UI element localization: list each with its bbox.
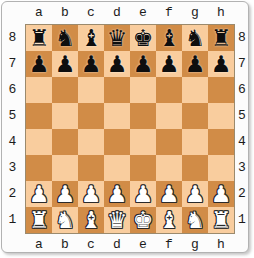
- piece-black-king: ♚: [133, 25, 154, 51]
- piece-white-knight: ♞: [185, 207, 206, 233]
- square-f3[interactable]: [156, 155, 182, 181]
- piece-white-knight: ♞: [55, 207, 76, 233]
- square-a3[interactable]: [26, 155, 52, 181]
- piece-black-pawn: ♟: [133, 51, 154, 77]
- piece-white-pawn: ♟: [185, 181, 206, 207]
- square-b3[interactable]: [52, 155, 78, 181]
- piece-black-bishop: ♝: [159, 25, 180, 51]
- square-f7[interactable]: ♟: [156, 51, 182, 77]
- square-c1[interactable]: ♝: [78, 207, 104, 233]
- rank-label-7: 7: [3, 51, 22, 77]
- square-h3[interactable]: [208, 155, 234, 181]
- file-label-d: d: [104, 236, 130, 254]
- file-label-e: e: [130, 4, 156, 22]
- square-b1[interactable]: ♞: [52, 207, 78, 233]
- square-e8[interactable]: ♚: [130, 25, 156, 51]
- rank-label-3: 3: [234, 155, 250, 181]
- piece-white-rook: ♜: [29, 207, 50, 233]
- piece-white-bishop: ♝: [159, 207, 180, 233]
- square-d1[interactable]: ♛: [104, 207, 130, 233]
- square-d5[interactable]: [104, 103, 130, 129]
- file-label-h: h: [208, 4, 234, 22]
- file-label-a: a: [26, 236, 52, 254]
- square-d6[interactable]: [104, 77, 130, 103]
- square-f4[interactable]: [156, 129, 182, 155]
- square-b8[interactable]: ♞: [52, 25, 78, 51]
- square-h8[interactable]: ♜: [208, 25, 234, 51]
- square-h5[interactable]: [208, 103, 234, 129]
- square-g7[interactable]: ♟: [182, 51, 208, 77]
- file-label-f: f: [156, 4, 182, 22]
- rank-label-3: 3: [3, 155, 22, 181]
- square-g5[interactable]: [182, 103, 208, 129]
- piece-white-pawn: ♟: [159, 181, 180, 207]
- square-h2[interactable]: ♟: [208, 181, 234, 207]
- piece-black-pawn: ♟: [81, 51, 102, 77]
- file-labels-bottom: abcdefgh: [26, 236, 234, 254]
- square-d7[interactable]: ♟: [104, 51, 130, 77]
- file-label-g: g: [182, 4, 208, 22]
- square-d8[interactable]: ♛: [104, 25, 130, 51]
- piece-white-bishop: ♝: [81, 207, 102, 233]
- piece-white-king: ♚: [133, 207, 154, 233]
- rank-label-8: 8: [234, 25, 250, 51]
- rank-labels-right: 87654321: [234, 25, 250, 233]
- square-h1[interactable]: ♜: [208, 207, 234, 233]
- square-e7[interactable]: ♟: [130, 51, 156, 77]
- piece-black-knight: ♞: [185, 25, 206, 51]
- square-d4[interactable]: [104, 129, 130, 155]
- piece-black-bishop: ♝: [81, 25, 102, 51]
- rank-label-2: 2: [234, 181, 250, 207]
- square-f6[interactable]: [156, 77, 182, 103]
- square-c5[interactable]: [78, 103, 104, 129]
- file-label-h: h: [208, 236, 234, 254]
- file-labels-top: abcdefgh: [26, 4, 234, 22]
- square-h6[interactable]: [208, 77, 234, 103]
- rank-label-1: 1: [234, 207, 250, 233]
- piece-white-queen: ♛: [107, 207, 128, 233]
- piece-black-pawn: ♟: [159, 51, 180, 77]
- square-f2[interactable]: ♟: [156, 181, 182, 207]
- piece-black-rook: ♜: [29, 25, 50, 51]
- piece-black-pawn: ♟: [185, 51, 206, 77]
- piece-black-queen: ♛: [107, 25, 128, 51]
- square-c8[interactable]: ♝: [78, 25, 104, 51]
- piece-black-pawn: ♟: [55, 51, 76, 77]
- square-f1[interactable]: ♝: [156, 207, 182, 233]
- square-g8[interactable]: ♞: [182, 25, 208, 51]
- square-a7[interactable]: ♟: [26, 51, 52, 77]
- file-label-a: a: [26, 4, 52, 22]
- rank-label-7: 7: [234, 51, 250, 77]
- file-label-d: d: [104, 4, 130, 22]
- piece-black-pawn: ♟: [107, 51, 128, 77]
- piece-white-pawn: ♟: [107, 181, 128, 207]
- board: ♜♞♝♛♚♝♞♜♟♟♟♟♟♟♟♟♟♟♟♟♟♟♟♟♜♞♝♛♚♝♞♜: [25, 24, 235, 234]
- square-b5[interactable]: [52, 103, 78, 129]
- file-label-e: e: [130, 236, 156, 254]
- file-label-f: f: [156, 236, 182, 254]
- square-d2[interactable]: ♟: [104, 181, 130, 207]
- piece-white-rook: ♜: [211, 207, 232, 233]
- square-g4[interactable]: [182, 129, 208, 155]
- file-label-b: b: [52, 236, 78, 254]
- square-c7[interactable]: ♟: [78, 51, 104, 77]
- rank-label-8: 8: [3, 25, 22, 51]
- square-e1[interactable]: ♚: [130, 207, 156, 233]
- file-label-c: c: [78, 4, 104, 22]
- file-label-c: c: [78, 236, 104, 254]
- square-d3[interactable]: [104, 155, 130, 181]
- file-label-g: g: [182, 236, 208, 254]
- square-f8[interactable]: ♝: [156, 25, 182, 51]
- square-a2[interactable]: ♟: [26, 181, 52, 207]
- square-h4[interactable]: [208, 129, 234, 155]
- rank-label-4: 4: [3, 129, 22, 155]
- square-c3[interactable]: [78, 155, 104, 181]
- piece-white-pawn: ♟: [133, 181, 154, 207]
- square-e6[interactable]: [130, 77, 156, 103]
- square-a8[interactable]: ♜: [26, 25, 52, 51]
- square-b4[interactable]: [52, 129, 78, 155]
- square-e2[interactable]: ♟: [130, 181, 156, 207]
- piece-white-pawn: ♟: [55, 181, 76, 207]
- rank-label-4: 4: [234, 129, 250, 155]
- rank-labels-left: 87654321: [3, 25, 22, 233]
- square-e5[interactable]: [130, 103, 156, 129]
- rank-label-5: 5: [234, 103, 250, 129]
- file-label-b: b: [52, 4, 78, 22]
- square-b2[interactable]: ♟: [52, 181, 78, 207]
- piece-white-pawn: ♟: [211, 181, 232, 207]
- square-c4[interactable]: [78, 129, 104, 155]
- rank-label-6: 6: [3, 77, 22, 103]
- piece-black-pawn: ♟: [211, 51, 232, 77]
- square-e3[interactable]: [130, 155, 156, 181]
- square-e4[interactable]: [130, 129, 156, 155]
- square-f5[interactable]: [156, 103, 182, 129]
- square-a1[interactable]: ♜: [26, 207, 52, 233]
- rank-label-2: 2: [3, 181, 22, 207]
- square-a4[interactable]: [26, 129, 52, 155]
- square-b7[interactable]: ♟: [52, 51, 78, 77]
- square-c6[interactable]: [78, 77, 104, 103]
- piece-black-knight: ♞: [55, 25, 76, 51]
- piece-black-pawn: ♟: [29, 51, 50, 77]
- square-h7[interactable]: ♟: [208, 51, 234, 77]
- square-c2[interactable]: ♟: [78, 181, 104, 207]
- piece-white-pawn: ♟: [29, 181, 50, 207]
- square-a5[interactable]: [26, 103, 52, 129]
- piece-white-pawn: ♟: [81, 181, 102, 207]
- square-g6[interactable]: [182, 77, 208, 103]
- square-g2[interactable]: ♟: [182, 181, 208, 207]
- square-g1[interactable]: ♞: [182, 207, 208, 233]
- square-b6[interactable]: [52, 77, 78, 103]
- rank-label-5: 5: [3, 103, 22, 129]
- rank-label-6: 6: [234, 77, 250, 103]
- square-g3[interactable]: [182, 155, 208, 181]
- piece-black-rook: ♜: [211, 25, 232, 51]
- square-a6[interactable]: [26, 77, 52, 103]
- rank-label-1: 1: [3, 207, 22, 233]
